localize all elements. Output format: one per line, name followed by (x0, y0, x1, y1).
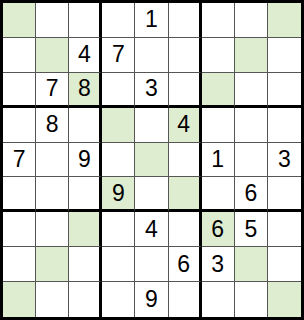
cell-r5-c8[interactable] (235, 143, 268, 178)
cell-r1-c2[interactable] (36, 3, 69, 38)
cell-r8-c8[interactable] (235, 247, 268, 282)
cell-r5-c2[interactable] (36, 143, 69, 178)
cell-r7-c1[interactable] (3, 212, 36, 247)
cell-r3-c5[interactable]: 3 (135, 73, 168, 108)
cell-r1-c3[interactable] (69, 3, 102, 38)
cell-r4-c9[interactable] (268, 108, 301, 143)
cell-r9-c1[interactable] (3, 282, 36, 317)
cell-r7-c2[interactable] (36, 212, 69, 247)
cell-r4-c8[interactable] (235, 108, 268, 143)
cell-r1-c5[interactable]: 1 (135, 3, 168, 38)
cell-r7-c6[interactable] (169, 212, 202, 247)
cell-r6-c8[interactable]: 6 (235, 177, 268, 212)
cell-r6-c9[interactable] (268, 177, 301, 212)
cell-r7-c3[interactable] (69, 212, 102, 247)
cell-r3-c2[interactable]: 7 (36, 73, 69, 108)
cell-r2-c1[interactable] (3, 38, 36, 73)
cell-r6-c3[interactable] (69, 177, 102, 212)
cell-r2-c5[interactable] (135, 38, 168, 73)
cell-r8-c6[interactable]: 6 (169, 247, 202, 282)
cell-r1-c9[interactable] (268, 3, 301, 38)
cell-r4-c6[interactable]: 4 (169, 108, 202, 143)
cell-r6-c7[interactable] (202, 177, 235, 212)
cell-r7-c7[interactable]: 6 (202, 212, 235, 247)
cell-r4-c4[interactable] (102, 108, 135, 143)
cell-r3-c3[interactable]: 8 (69, 73, 102, 108)
cell-r7-c5[interactable]: 4 (135, 212, 168, 247)
cell-r3-c7[interactable] (202, 73, 235, 108)
cell-r3-c6[interactable] (169, 73, 202, 108)
cell-r2-c9[interactable] (268, 38, 301, 73)
cell-r8-c9[interactable] (268, 247, 301, 282)
cell-r7-c9[interactable] (268, 212, 301, 247)
cell-r6-c1[interactable] (3, 177, 36, 212)
cell-r8-c1[interactable] (3, 247, 36, 282)
cell-r5-c5[interactable] (135, 143, 168, 178)
cell-r9-c2[interactable] (36, 282, 69, 317)
cell-r1-c7[interactable] (202, 3, 235, 38)
cell-r2-c8[interactable] (235, 38, 268, 73)
sudoku-board: 14778384791396465639 (0, 0, 304, 320)
cell-r6-c2[interactable] (36, 177, 69, 212)
cell-r9-c7[interactable] (202, 282, 235, 317)
cell-r3-c8[interactable] (235, 73, 268, 108)
cell-r2-c2[interactable] (36, 38, 69, 73)
cell-r9-c8[interactable] (235, 282, 268, 317)
cell-r5-c6[interactable] (169, 143, 202, 178)
cell-r1-c8[interactable] (235, 3, 268, 38)
cell-r5-c9[interactable]: 3 (268, 143, 301, 178)
cell-r5-c3[interactable]: 9 (69, 143, 102, 178)
cell-r6-c6[interactable] (169, 177, 202, 212)
cell-r9-c9[interactable] (268, 282, 301, 317)
cell-r4-c7[interactable] (202, 108, 235, 143)
cell-r3-c4[interactable] (102, 73, 135, 108)
cell-r2-c3[interactable]: 4 (69, 38, 102, 73)
cell-r8-c3[interactable] (69, 247, 102, 282)
cell-r8-c5[interactable] (135, 247, 168, 282)
cell-r3-c1[interactable] (3, 73, 36, 108)
cell-r8-c7[interactable]: 3 (202, 247, 235, 282)
cell-r6-c5[interactable] (135, 177, 168, 212)
cell-r8-c2[interactable] (36, 247, 69, 282)
cell-r3-c9[interactable] (268, 73, 301, 108)
cell-r1-c6[interactable] (169, 3, 202, 38)
cell-r7-c8[interactable]: 5 (235, 212, 268, 247)
cell-r5-c7[interactable]: 1 (202, 143, 235, 178)
cell-r1-c4[interactable] (102, 3, 135, 38)
cell-r4-c3[interactable] (69, 108, 102, 143)
cell-r2-c7[interactable] (202, 38, 235, 73)
cell-r4-c1[interactable] (3, 108, 36, 143)
cell-r4-c5[interactable] (135, 108, 168, 143)
cell-r2-c4[interactable]: 7 (102, 38, 135, 73)
cell-r9-c6[interactable] (169, 282, 202, 317)
cell-r9-c5[interactable]: 9 (135, 282, 168, 317)
cell-r6-c4[interactable]: 9 (102, 177, 135, 212)
cell-r1-c1[interactable] (3, 3, 36, 38)
cell-r7-c4[interactable] (102, 212, 135, 247)
cell-r2-c6[interactable] (169, 38, 202, 73)
cell-r5-c1[interactable]: 7 (3, 143, 36, 178)
cell-r8-c4[interactable] (102, 247, 135, 282)
cell-r9-c3[interactable] (69, 282, 102, 317)
cell-r5-c4[interactable] (102, 143, 135, 178)
cell-r4-c2[interactable]: 8 (36, 108, 69, 143)
cell-r9-c4[interactable] (102, 282, 135, 317)
